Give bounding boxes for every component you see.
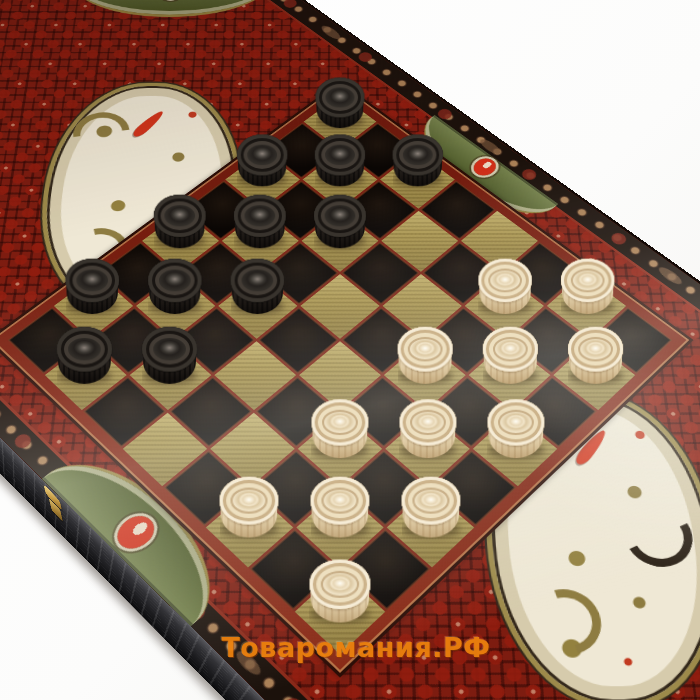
scroll-curl-icon: [617, 498, 699, 576]
square-r4c4[interactable]: [299, 341, 381, 410]
tulip-arch-ornament-far: [67, 0, 273, 15]
game-box-lid: [0, 0, 700, 700]
square-r7c6[interactable]: [250, 529, 339, 610]
arch-band: [66, 0, 273, 17]
square-r5c6[interactable]: [342, 450, 428, 526]
square-r5c7[interactable]: [387, 489, 474, 568]
square-r7c1[interactable]: [45, 341, 127, 410]
square-r5c5[interactable]: [298, 413, 383, 487]
square-r2c7[interactable]: [514, 376, 597, 447]
square-r6c2[interactable]: [130, 341, 212, 410]
square-r7c4[interactable]: [164, 450, 250, 526]
square-r7c3[interactable]: [123, 413, 208, 487]
square-r3c5[interactable]: [384, 341, 466, 410]
square-r6c4[interactable]: [210, 413, 295, 487]
square-r2c6[interactable]: [469, 341, 551, 410]
red-tulip-accent-icon: [130, 109, 166, 138]
square-r6c5[interactable]: [253, 450, 339, 526]
square-r6c6[interactable]: [296, 489, 383, 568]
photo-viewport: Товаромания.РФ: [0, 0, 700, 700]
photo-scene: [0, 0, 700, 700]
square-r4c5[interactable]: [341, 376, 424, 447]
square-r6c3[interactable]: [169, 376, 252, 447]
square-r4c6[interactable]: [385, 413, 470, 487]
watermark: Товаромания.РФ: [6, 632, 700, 663]
scroll-curl-icon: [61, 104, 141, 163]
square-r6c7[interactable]: [342, 529, 431, 610]
square-r5c3[interactable]: [214, 341, 296, 410]
square-r5c4[interactable]: [255, 376, 338, 447]
square-r7c2[interactable]: [83, 376, 166, 447]
square-r3c6[interactable]: [428, 376, 511, 447]
